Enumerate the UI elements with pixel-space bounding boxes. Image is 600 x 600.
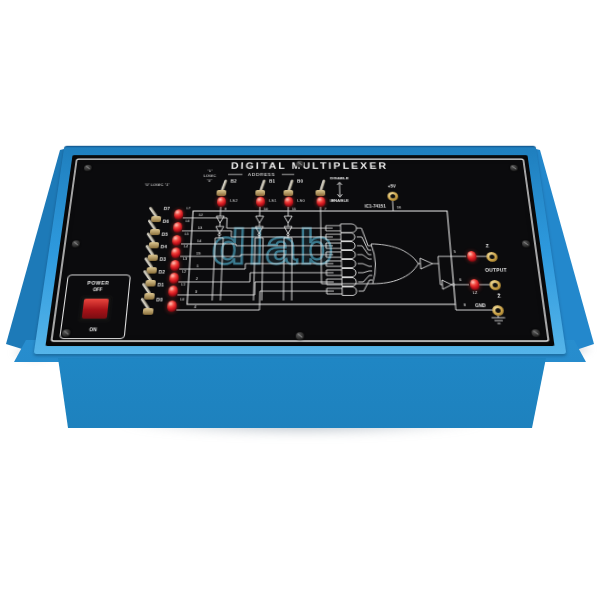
- screw: [522, 240, 531, 247]
- pin-5: 5: [453, 250, 456, 254]
- pin-12: 12: [198, 213, 203, 217]
- pin-11: 11: [292, 208, 296, 212]
- led-le: [316, 197, 325, 207]
- switch-label-d7: D7: [164, 207, 170, 211]
- led-z: [466, 251, 476, 262]
- toggle-nut: [216, 190, 226, 196]
- led-label-lzbar: LZ̄: [473, 292, 478, 296]
- power-label: POWER: [87, 280, 109, 285]
- panel-blue-frame: dlab: [34, 146, 567, 354]
- switch-label-d4: D4: [161, 245, 167, 249]
- pin-3: 3: [195, 290, 198, 294]
- screw: [296, 161, 304, 167]
- pin-16: 16: [396, 206, 401, 210]
- toggle-switch-b0[interactable]: [280, 176, 298, 197]
- toggle-nut: [283, 190, 293, 196]
- led-ls0: [284, 197, 293, 207]
- gnd-terminal[interactable]: [491, 305, 504, 315]
- led-ls1: [255, 197, 264, 207]
- screw: [510, 165, 518, 171]
- led-label-l7: L7: [186, 208, 190, 211]
- led-zbar: [469, 279, 479, 290]
- led-l1: [167, 286, 177, 297]
- panel-title: DIGITAL MULTIPLEXER: [231, 161, 388, 170]
- led-l2: [168, 273, 178, 284]
- led-l0: [166, 301, 176, 312]
- pin-1: 1: [196, 264, 199, 268]
- data-logic-label: "0" LOGIC "1": [144, 183, 169, 186]
- pin-8: 8: [463, 303, 466, 307]
- address-logic-one: "1": [207, 170, 212, 173]
- led-label-ls2: LS2: [230, 199, 237, 203]
- switch-label-d6: D6: [163, 220, 169, 224]
- address-logic-zero: "0": [207, 179, 212, 182]
- led-label-l4: L4: [183, 246, 187, 249]
- control-panel: dlab: [45, 155, 554, 346]
- switch-label-d1: D1: [157, 283, 163, 287]
- z-terminal[interactable]: [485, 251, 497, 261]
- screw: [296, 332, 304, 340]
- toggle-nut: [143, 308, 154, 315]
- pin-2: 2: [196, 277, 199, 281]
- led-label-ls1: LS1: [269, 199, 276, 203]
- switch-label-b0: B0: [297, 180, 303, 184]
- switch-label-b2: B2: [231, 180, 237, 184]
- led-label-l0: L0: [180, 299, 185, 303]
- switch-label-d3: D3: [160, 258, 166, 262]
- led-l7: [173, 209, 183, 219]
- pin-10: 10: [263, 208, 268, 212]
- output-label: OUTPUT: [485, 268, 507, 272]
- screw: [531, 329, 540, 337]
- pin-15: 15: [196, 251, 201, 255]
- toggle-nut: [255, 190, 265, 196]
- led-l3: [169, 260, 179, 271]
- led-l6: [172, 222, 182, 232]
- pin-13: 13: [198, 226, 203, 230]
- zbar-terminal[interactable]: [488, 280, 500, 290]
- pin-7: 7: [324, 208, 326, 212]
- trainer-kit-photo: dlab: [0, 0, 600, 600]
- enable-label: ENABLE: [331, 199, 349, 203]
- supply-label: +5V: [388, 185, 396, 189]
- switch-label-b1: B1: [269, 180, 275, 184]
- led-label-ls0: LS0: [297, 199, 304, 203]
- gnd-label: GND: [475, 304, 486, 308]
- led-label-l5: L5: [184, 233, 188, 236]
- led-label-l2: L2: [182, 271, 187, 274]
- toggle-switch-le[interactable]: [312, 176, 330, 197]
- power-on-label: ON: [89, 328, 97, 332]
- switch-label-d2: D2: [158, 271, 164, 275]
- toggle-switch-b2[interactable]: [212, 176, 230, 197]
- z-terminal-label: Z: [485, 244, 489, 248]
- ic-label: IC1-74151: [365, 205, 386, 209]
- zbar-terminal-label: Z̄: [497, 293, 501, 298]
- power-off-label: OFF: [93, 288, 103, 292]
- power-section: POWER OFF ON: [59, 275, 131, 340]
- pin-4: 4: [194, 305, 197, 309]
- power-switch[interactable]: [78, 296, 112, 322]
- led-ls2: [216, 197, 225, 207]
- disable-label: DISABLE: [330, 177, 349, 181]
- switch-label-d5: D5: [162, 233, 168, 237]
- pin-9: 9: [224, 208, 226, 212]
- switch-label-d0: D0: [156, 298, 162, 302]
- led-l4: [170, 247, 180, 258]
- led-label-l6: L6: [185, 221, 189, 224]
- led-label-l1: L1: [181, 284, 186, 288]
- led-l5: [171, 235, 181, 246]
- pin-14: 14: [197, 239, 202, 243]
- toggle-switch-d0[interactable]: [138, 292, 159, 317]
- toggle-nut: [315, 190, 325, 196]
- toggle-switch-b1[interactable]: [251, 176, 269, 197]
- led-label-l3: L3: [183, 258, 188, 261]
- supply-terminal[interactable]: [387, 191, 398, 200]
- pin-6: 6: [459, 278, 462, 282]
- lid-top-face: dlab: [34, 146, 567, 354]
